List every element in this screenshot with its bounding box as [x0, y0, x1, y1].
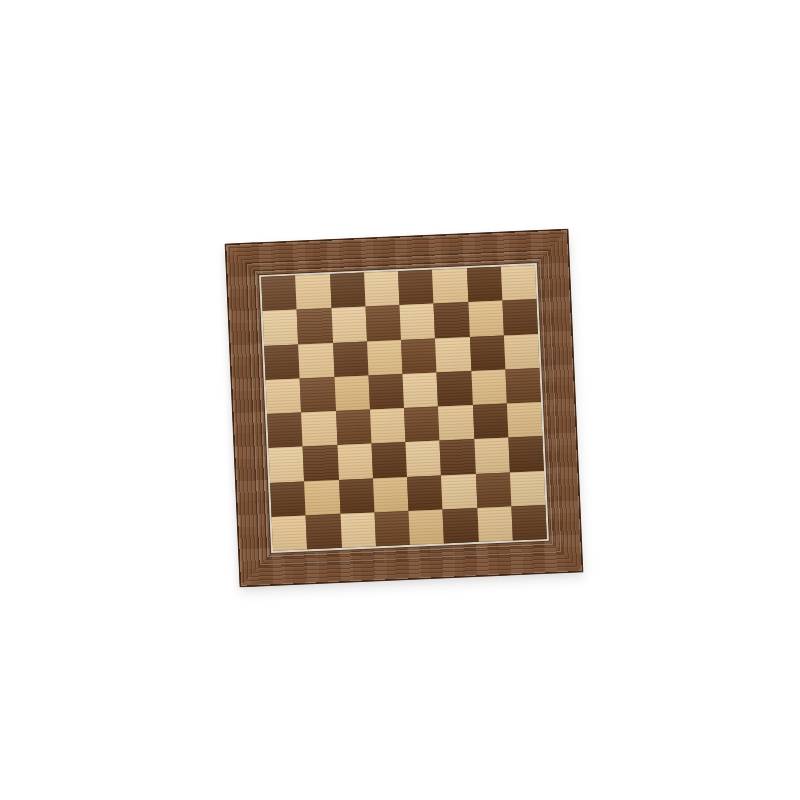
- square-h8: [501, 265, 537, 301]
- square-e3: [405, 441, 441, 477]
- square-c1: [340, 512, 376, 548]
- square-f4: [438, 405, 474, 441]
- square-b4: [301, 411, 337, 447]
- square-g1: [477, 506, 513, 542]
- square-e8: [398, 270, 434, 306]
- square-d2: [373, 476, 409, 512]
- square-b6: [298, 343, 334, 379]
- square-e7: [400, 304, 436, 340]
- square-a4: [267, 412, 303, 448]
- square-d7: [365, 305, 401, 341]
- square-h3: [508, 436, 544, 472]
- square-e5: [403, 372, 439, 408]
- square-a3: [269, 447, 305, 483]
- square-b7: [297, 308, 333, 344]
- square-b1: [306, 514, 342, 550]
- square-h4: [507, 402, 543, 438]
- square-e1: [408, 509, 444, 545]
- product-photo-background: [0, 0, 800, 800]
- square-c7: [331, 307, 367, 343]
- square-e4: [404, 407, 440, 443]
- square-g4: [472, 404, 508, 440]
- square-g7: [468, 301, 504, 337]
- square-h7: [502, 299, 538, 335]
- square-h2: [510, 470, 546, 506]
- square-c5: [334, 375, 370, 411]
- square-a2: [270, 481, 306, 517]
- square-c6: [333, 341, 369, 377]
- square-g5: [471, 369, 507, 405]
- square-g8: [466, 267, 502, 303]
- square-g6: [469, 335, 505, 371]
- square-c3: [337, 444, 373, 480]
- square-f6: [435, 337, 471, 373]
- square-f7: [434, 302, 470, 338]
- square-a1: [272, 515, 308, 551]
- square-f1: [443, 508, 479, 544]
- square-e6: [401, 338, 437, 374]
- square-d5: [368, 374, 404, 410]
- square-c4: [336, 409, 372, 445]
- board-squares-grid: [259, 263, 549, 553]
- square-c2: [339, 478, 375, 514]
- square-d3: [371, 442, 407, 478]
- square-a5: [266, 378, 302, 414]
- square-f8: [432, 268, 468, 304]
- square-f3: [440, 439, 476, 475]
- square-h1: [511, 505, 547, 541]
- square-d6: [367, 340, 403, 376]
- square-d8: [364, 271, 400, 307]
- square-e2: [407, 475, 443, 511]
- square-g2: [475, 472, 511, 508]
- square-d4: [370, 408, 406, 444]
- square-a8: [261, 276, 297, 312]
- square-b5: [300, 377, 336, 413]
- chess-board: [225, 229, 584, 588]
- square-c8: [330, 273, 366, 309]
- square-b8: [295, 274, 331, 310]
- square-a6: [264, 344, 300, 380]
- square-f5: [437, 371, 473, 407]
- square-h6: [504, 334, 540, 370]
- square-f2: [441, 473, 477, 509]
- square-g3: [474, 438, 510, 474]
- square-b2: [304, 479, 340, 515]
- square-b3: [303, 445, 339, 481]
- square-d1: [374, 511, 410, 547]
- square-a7: [263, 310, 299, 346]
- square-h5: [505, 368, 541, 404]
